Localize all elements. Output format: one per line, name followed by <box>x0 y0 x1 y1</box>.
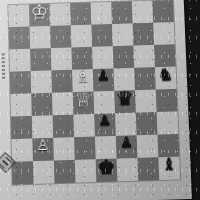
board-frame: ♔♗♟♞♕♛♟♙♟♚♝ <box>0 0 192 200</box>
square-e1: ♚ <box>96 159 118 182</box>
square-a5 <box>10 71 31 94</box>
square-f6 <box>113 46 134 69</box>
square-c7 <box>50 25 71 48</box>
square-h4 <box>156 89 178 112</box>
square-d4: ♕ <box>73 91 94 114</box>
square-a6 <box>9 49 30 72</box>
square-h3 <box>157 111 179 134</box>
square-b4 <box>31 93 52 116</box>
square-g5 <box>134 67 156 90</box>
frame-marking <box>2 53 6 78</box>
square-f8 <box>111 1 132 24</box>
square-a3 <box>11 116 32 139</box>
square-h5: ♞ <box>155 67 177 90</box>
square-e5: ♟ <box>93 68 114 91</box>
square-c4 <box>52 92 73 115</box>
square-d8 <box>70 3 91 26</box>
square-f2: ♟ <box>116 135 138 158</box>
square-c1 <box>54 160 76 183</box>
square-g8 <box>132 1 153 24</box>
white-king-b8: ♔ <box>29 0 50 23</box>
black-pawn-f2: ♟ <box>116 131 138 154</box>
square-g3 <box>136 112 158 135</box>
square-h7 <box>153 22 174 45</box>
square-a1 <box>12 161 33 184</box>
white-bishop-d5: ♗ <box>72 65 93 88</box>
square-f4: ♛ <box>114 90 136 113</box>
square-d3 <box>73 114 95 137</box>
square-g7 <box>133 23 154 46</box>
square-b2: ♙ <box>32 138 53 161</box>
square-a8 <box>8 4 29 27</box>
board-grid: ♔♗♟♞♕♛♟♙♟♚♝ <box>8 0 180 185</box>
white-queen-d4: ♕ <box>73 88 94 111</box>
square-b6 <box>30 48 51 71</box>
black-bishop-h1: ♝ <box>158 153 180 176</box>
square-c6 <box>51 47 72 70</box>
square-d7 <box>71 25 92 48</box>
board-photo: ♔♗♟♞♕♛♟♙♟♚♝ <box>0 0 200 200</box>
square-b1 <box>33 161 55 184</box>
square-a7 <box>9 27 30 50</box>
square-e8 <box>91 2 112 25</box>
black-pawn-e5: ♟ <box>93 65 114 88</box>
square-f7 <box>112 23 133 46</box>
square-f1 <box>117 158 139 181</box>
square-b7 <box>29 26 50 49</box>
square-e7 <box>91 24 112 47</box>
black-knight-h5: ♞ <box>155 63 177 86</box>
square-b5 <box>31 70 52 93</box>
square-c5 <box>51 70 72 93</box>
square-c2 <box>53 137 75 160</box>
black-pawn-e3: ♟ <box>94 109 116 132</box>
black-king-e1: ♚ <box>96 155 118 178</box>
square-g2 <box>137 135 159 158</box>
square-b8: ♔ <box>29 4 50 27</box>
white-pawn-b2: ♙ <box>32 134 53 157</box>
square-g6 <box>133 45 155 68</box>
square-e3: ♟ <box>94 113 116 136</box>
square-h8 <box>152 0 173 23</box>
square-a2 <box>11 138 32 161</box>
black-queen-f4: ♛ <box>114 86 136 109</box>
square-h1: ♝ <box>158 157 180 180</box>
square-d2 <box>74 137 96 160</box>
square-g4 <box>135 90 157 113</box>
square-a4 <box>10 93 31 116</box>
square-c3 <box>53 115 74 138</box>
square-d1 <box>75 159 97 182</box>
square-g1 <box>137 157 159 180</box>
square-c8 <box>50 3 71 26</box>
